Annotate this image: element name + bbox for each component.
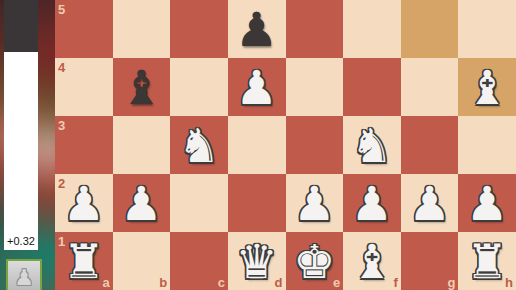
square-h4[interactable]: ♝: [458, 58, 516, 116]
square-d2[interactable]: [228, 174, 286, 232]
file-label-c: c: [218, 276, 225, 289]
square-f2[interactable]: ♟: [343, 174, 401, 232]
rank-label-4: 4: [58, 61, 65, 74]
square-c2[interactable]: [170, 174, 228, 232]
square-c5[interactable]: [170, 0, 228, 58]
white-pawn[interactable]: ♟: [228, 58, 286, 116]
white-rook[interactable]: ♜: [458, 232, 516, 290]
square-h3[interactable]: [458, 116, 516, 174]
square-d4[interactable]: ♟: [228, 58, 286, 116]
square-h2[interactable]: ♟: [458, 174, 516, 232]
black-bishop[interactable]: ♝: [113, 58, 171, 116]
rank-label-3: 3: [58, 119, 65, 132]
white-rook[interactable]: ♜: [55, 232, 113, 290]
square-g2[interactable]: ♟: [401, 174, 459, 232]
pawn-thumbnail[interactable]: ♟: [6, 259, 42, 290]
screenshot-root: +0.32 ♟ 5♟4♝♟♝3♞♞2♟♟♟♟♟♟1a♜bcd♛e♚f♝gh♜: [0, 0, 516, 290]
square-h5[interactable]: [458, 0, 516, 58]
square-e5[interactable]: [286, 0, 344, 58]
square-g1[interactable]: g: [401, 232, 459, 290]
square-b3[interactable]: [113, 116, 171, 174]
eval-bar-black-portion: [4, 0, 38, 52]
white-pawn[interactable]: ♟: [55, 174, 113, 232]
square-a5[interactable]: 5: [55, 0, 113, 58]
square-e2[interactable]: ♟: [286, 174, 344, 232]
file-label-b: b: [159, 276, 167, 289]
white-pawn[interactable]: ♟: [343, 174, 401, 232]
white-pawn-icon: ♟: [14, 267, 34, 289]
square-a3[interactable]: 3: [55, 116, 113, 174]
square-c1[interactable]: c: [170, 232, 228, 290]
square-g5[interactable]: [401, 0, 459, 58]
square-a2[interactable]: 2♟: [55, 174, 113, 232]
white-queen[interactable]: ♛: [228, 232, 286, 290]
white-king[interactable]: ♚: [286, 232, 344, 290]
eval-score: +0.32: [2, 235, 40, 247]
square-e1[interactable]: e♚: [286, 232, 344, 290]
square-b5[interactable]: [113, 0, 171, 58]
white-bishop[interactable]: ♝: [458, 58, 516, 116]
square-d3[interactable]: [228, 116, 286, 174]
square-d5[interactable]: ♟: [228, 0, 286, 58]
square-f3[interactable]: ♞: [343, 116, 401, 174]
square-a1[interactable]: 1a♜: [55, 232, 113, 290]
square-c4[interactable]: [170, 58, 228, 116]
rank-label-5: 5: [58, 3, 65, 16]
square-d1[interactable]: d♛: [228, 232, 286, 290]
video-sidebar: +0.32 ♟: [0, 0, 55, 290]
chess-board: 5♟4♝♟♝3♞♞2♟♟♟♟♟♟1a♜bcd♛e♚f♝gh♜: [55, 0, 516, 290]
white-knight[interactable]: ♞: [343, 116, 401, 174]
square-b1[interactable]: b: [113, 232, 171, 290]
square-b4[interactable]: ♝: [113, 58, 171, 116]
white-pawn[interactable]: ♟: [401, 174, 459, 232]
file-label-g: g: [447, 276, 455, 289]
square-e3[interactable]: [286, 116, 344, 174]
square-e4[interactable]: [286, 58, 344, 116]
square-h1[interactable]: h♜: [458, 232, 516, 290]
square-b2[interactable]: ♟: [113, 174, 171, 232]
white-pawn[interactable]: ♟: [286, 174, 344, 232]
eval-bar: +0.32: [4, 0, 38, 250]
square-c3[interactable]: ♞: [170, 116, 228, 174]
white-pawn[interactable]: ♟: [113, 174, 171, 232]
white-knight[interactable]: ♞: [170, 116, 228, 174]
white-pawn[interactable]: ♟: [458, 174, 516, 232]
black-pawn[interactable]: ♟: [228, 0, 286, 58]
square-a4[interactable]: 4: [55, 58, 113, 116]
square-f1[interactable]: f♝: [343, 232, 401, 290]
white-bishop[interactable]: ♝: [343, 232, 401, 290]
square-f5[interactable]: [343, 0, 401, 58]
square-f4[interactable]: [343, 58, 401, 116]
square-g3[interactable]: [401, 116, 459, 174]
square-g4[interactable]: [401, 58, 459, 116]
